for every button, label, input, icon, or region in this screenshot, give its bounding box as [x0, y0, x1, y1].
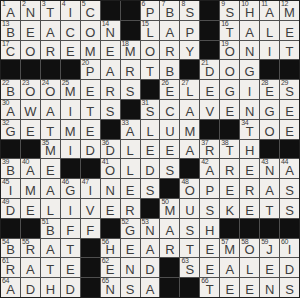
cell-r13c15[interactable]: 60I	[280, 239, 299, 258]
cell-letter: S	[200, 203, 219, 218]
cell-r6c2[interactable]: W	[21, 100, 40, 119]
cell-letter: H	[200, 223, 219, 238]
cell-r6c14[interactable]: G	[260, 100, 279, 119]
cell-r14c6[interactable]: 62E	[101, 258, 120, 277]
cell-r1c5[interactable]: 5C	[81, 1, 100, 20]
cell-r7c4[interactable]: M	[61, 120, 80, 139]
cell-r6c3[interactable]: A	[41, 100, 60, 119]
cell-letter: D	[81, 143, 100, 158]
cell-r11c7[interactable]: R	[121, 199, 140, 218]
cell-r10c6[interactable]: N	[101, 179, 120, 198]
cell-r4c11[interactable]: 21D	[200, 60, 219, 79]
cell-r3c1[interactable]: 17C	[1, 41, 20, 60]
cell-r1c12[interactable]: 9S	[220, 1, 239, 20]
cell-r7c5[interactable]: E	[81, 120, 100, 139]
cell-letter: M	[280, 5, 299, 20]
cell-r10c3[interactable]: A	[41, 179, 60, 198]
cell-r11c13[interactable]: E	[240, 199, 259, 218]
cell-letter: M	[61, 124, 80, 139]
cell-letter: E	[160, 84, 179, 99]
cell-r4c12[interactable]: O	[220, 60, 239, 79]
cell-r8c6[interactable]: 36D	[101, 140, 120, 159]
cell-letter: R	[41, 44, 60, 59]
cell-r4c6[interactable]: A	[101, 60, 120, 79]
cell-letter: I	[61, 104, 80, 119]
cell-r15c4[interactable]: D	[61, 278, 80, 297]
cell-r2c15[interactable]: E	[280, 21, 299, 40]
cell-r14c14[interactable]: E	[260, 258, 279, 277]
cell-r13c3[interactable]: A	[41, 239, 60, 258]
black-square-r9c5	[81, 159, 100, 178]
cell-r8c10[interactable]: A	[180, 140, 199, 159]
cell-r12c10[interactable]: S	[180, 219, 199, 238]
cell-r10c8[interactable]: S	[141, 179, 160, 198]
black-square-r15c10	[180, 278, 199, 297]
cell-r1c13[interactable]: 10H	[240, 1, 259, 20]
cell-r15c6[interactable]: 65N	[101, 278, 120, 297]
cell-r9c9[interactable]: S	[160, 159, 179, 178]
cell-r1c2[interactable]: 2N	[21, 1, 40, 20]
cell-r1c3[interactable]: 3T	[41, 1, 60, 20]
cell-r13c6[interactable]: 56H	[101, 239, 120, 258]
cell-r5c6[interactable]: R	[101, 80, 120, 99]
cell-r3c9[interactable]: R	[160, 41, 179, 60]
cell-r10c14[interactable]: A	[260, 179, 279, 198]
cell-r12c8[interactable]: 53N	[141, 219, 160, 238]
cell-r2c13[interactable]: A	[240, 21, 259, 40]
cell-letter: S	[141, 183, 160, 198]
cell-r13c8[interactable]: A	[141, 239, 160, 258]
cell-r14c4[interactable]: E	[61, 258, 80, 277]
cell-letter: E	[220, 183, 239, 198]
cell-r2c8[interactable]: 15L	[141, 21, 160, 40]
cell-letter: S	[180, 262, 199, 277]
cell-r14c8[interactable]: D	[141, 258, 160, 277]
cell-r6c5[interactable]: T	[81, 100, 100, 119]
black-square-r2c11	[200, 21, 219, 40]
cell-r10c7[interactable]: E	[121, 179, 140, 198]
cell-r9c1[interactable]: 39B	[1, 159, 20, 178]
cell-letter: L	[121, 163, 140, 178]
cell-letter: O	[260, 124, 279, 139]
cell-r8c11[interactable]: 37R	[200, 140, 219, 159]
black-square-r2c7	[121, 21, 140, 40]
black-square-r1c6	[101, 1, 120, 20]
cell-letter: A	[200, 163, 219, 178]
cell-r15c3[interactable]: H	[41, 278, 60, 297]
cell-r14c2[interactable]: A	[21, 258, 40, 277]
cell-r14c7[interactable]: N	[121, 258, 140, 277]
cell-letter: O	[81, 25, 100, 40]
cell-r2c1[interactable]: 13B	[1, 21, 20, 40]
cell-letter: E	[121, 183, 140, 198]
cell-letter: D	[61, 282, 80, 297]
cell-r2c5[interactable]: O	[81, 21, 100, 40]
cell-r3c3[interactable]: R	[41, 41, 60, 60]
cell-r4c8[interactable]: T	[141, 60, 160, 79]
cell-r11c1[interactable]: 49D	[1, 199, 20, 218]
cell-letter: E	[260, 262, 279, 277]
cell-r4c5[interactable]: 20P	[81, 60, 100, 79]
cell-r1c14[interactable]: 11A	[260, 1, 279, 20]
cell-r5c5[interactable]: E	[81, 80, 100, 99]
cell-r8c5[interactable]: D	[81, 140, 100, 159]
cell-r8c9[interactable]: E	[160, 140, 179, 159]
cell-r1c9[interactable]: 7B	[160, 1, 179, 20]
cell-r3c4[interactable]: E	[61, 41, 80, 60]
cell-letter: O	[240, 242, 259, 257]
cell-r10c2[interactable]: M	[21, 179, 40, 198]
cell-r10c11[interactable]: P	[200, 179, 219, 198]
cell-r11c15[interactable]: S	[280, 199, 299, 218]
cell-r7c15[interactable]: E	[280, 120, 299, 139]
cell-r13c12[interactable]: 57M	[220, 239, 239, 258]
cell-r3c12[interactable]: 19O	[220, 41, 239, 60]
cell-letter: S	[101, 104, 120, 119]
cell-letter: M	[220, 242, 239, 257]
cell-r2c12[interactable]: 16T	[220, 21, 239, 40]
cell-letter: P	[180, 25, 199, 40]
cell-letter: O	[101, 163, 120, 178]
cell-r3c15[interactable]: T	[280, 41, 299, 60]
cell-r6c4[interactable]: I	[61, 100, 80, 119]
cell-r6c8[interactable]: 31S	[141, 100, 160, 119]
cell-r13c4[interactable]: T	[61, 239, 80, 258]
cell-r11c14[interactable]: T	[260, 199, 279, 218]
cell-letter: A	[240, 25, 259, 40]
cell-letter: E	[101, 203, 120, 218]
cell-letter: T	[200, 282, 219, 297]
cell-r2c14[interactable]: L	[260, 21, 279, 40]
cell-r10c10[interactable]: 48O	[180, 179, 199, 198]
cell-letter: E	[141, 143, 160, 158]
cell-r15c8[interactable]: A	[141, 278, 160, 297]
cell-letter: E	[101, 44, 120, 59]
cell-letter: A	[220, 262, 239, 277]
black-square-r12c13	[240, 219, 259, 238]
cell-letter: I	[260, 44, 279, 59]
cell-letter: A	[141, 242, 160, 257]
cell-r15c15[interactable]: S	[280, 278, 299, 297]
cell-r3c7[interactable]: 18M	[121, 41, 140, 60]
cell-r10c12[interactable]: E	[220, 179, 239, 198]
cell-r5c11[interactable]: E	[200, 80, 219, 99]
cell-letter: T	[141, 64, 160, 79]
cell-letter: E	[240, 282, 259, 297]
cell-r2c4[interactable]: C	[61, 21, 80, 40]
cell-letter: N	[260, 282, 279, 297]
cell-r10c13[interactable]: R	[240, 179, 259, 198]
cell-r14c15[interactable]: D	[280, 258, 299, 277]
cell-r6c9[interactable]: C	[160, 100, 179, 119]
cell-letter: N	[21, 5, 40, 20]
black-square-r7c11	[200, 120, 219, 139]
cell-r13c1[interactable]: 54B	[1, 239, 20, 258]
cell-r1c10[interactable]: 8S	[180, 1, 199, 20]
cell-r1c1[interactable]: 1A	[1, 1, 20, 20]
black-square-r4c1	[1, 60, 20, 79]
cell-r7c2[interactable]: E	[21, 120, 40, 139]
cell-r11c12[interactable]: K	[220, 199, 239, 218]
cell-r14c3[interactable]: T	[41, 258, 60, 277]
cell-letter: T	[81, 104, 100, 119]
cell-letter: U	[160, 124, 179, 139]
cell-letter: L	[141, 124, 160, 139]
cell-r12c9[interactable]: A	[160, 219, 179, 238]
cell-r10c5[interactable]: 47I	[81, 179, 100, 198]
cell-letter: D	[21, 282, 40, 297]
cell-r13c2[interactable]: 55R	[21, 239, 40, 258]
cell-r2c6[interactable]: 14N	[101, 21, 120, 40]
cell-r8c7[interactable]: L	[121, 140, 140, 159]
cell-r5c10[interactable]: 27L	[180, 80, 199, 99]
cell-r14c11[interactable]: E	[200, 258, 219, 277]
cell-r11c3[interactable]: L	[41, 199, 60, 218]
cell-letter: N	[260, 163, 279, 178]
cell-letter: I	[1, 183, 20, 198]
black-square-r9c10	[180, 159, 199, 178]
cell-letter: H	[240, 143, 259, 158]
cell-r5c14[interactable]: 28E	[260, 80, 279, 99]
cell-r15c1[interactable]: 64A	[1, 278, 20, 297]
cell-letter: D	[200, 64, 219, 79]
cell-r2c3[interactable]: A	[41, 21, 60, 40]
cell-r3c14[interactable]: I	[260, 41, 279, 60]
cell-r9c15[interactable]: 44A	[280, 159, 299, 178]
cell-letter: A	[121, 124, 140, 139]
cell-r7c10[interactable]: M	[180, 120, 199, 139]
black-square-r10c9	[160, 179, 179, 198]
cell-r12c4[interactable]: F	[61, 219, 80, 238]
cell-r15c7[interactable]: S	[121, 278, 140, 297]
cell-r6c12[interactable]: E	[220, 100, 239, 119]
cell-letter: N	[240, 104, 259, 119]
cell-r8c12[interactable]: 38T	[220, 140, 239, 159]
cell-r3c5[interactable]: M	[81, 41, 100, 60]
cell-letter: V	[200, 104, 219, 119]
cell-letter: T	[240, 124, 259, 139]
black-square-r12c6	[101, 219, 120, 238]
cell-r3c2[interactable]: O	[21, 41, 40, 60]
cell-letter: E	[240, 163, 259, 178]
cell-letter: O	[141, 44, 160, 59]
cell-letter: K	[220, 203, 239, 218]
cell-letter: E	[121, 242, 140, 257]
cell-r9c14[interactable]: 43N	[260, 159, 279, 178]
cell-letter: F	[61, 223, 80, 238]
cell-letter: O	[180, 183, 199, 198]
cell-r5c1[interactable]: 22B	[1, 80, 20, 99]
cell-letter: I	[61, 203, 80, 218]
cell-r7c3[interactable]: T	[41, 120, 60, 139]
cell-r5c2[interactable]: 23O	[21, 80, 40, 99]
cell-r11c9[interactable]: 50M	[160, 199, 179, 218]
crossword-grid: 1A2N3T4I5C6P7B8S9S10H11A12M13BEACO14N15L…	[0, 0, 300, 298]
cell-r14c13[interactable]: L	[240, 258, 259, 277]
cell-letter: I	[61, 5, 80, 20]
cell-r11c4[interactable]: I	[61, 199, 80, 218]
cell-r2c10[interactable]: P	[180, 21, 199, 40]
cell-r7c1[interactable]: 32G	[1, 120, 20, 139]
cell-letter: R	[101, 84, 120, 99]
cell-r7c13[interactable]: 34T	[240, 120, 259, 139]
cell-letter: A	[101, 64, 120, 79]
cell-letter: R	[240, 183, 259, 198]
cell-letter: M	[121, 44, 140, 59]
cell-letter: E	[260, 84, 279, 99]
cell-r6c1[interactable]: 30A	[1, 100, 20, 119]
cell-r15c11[interactable]: 66T	[200, 278, 219, 297]
black-square-r4c15	[280, 60, 299, 79]
black-square-r7c6	[101, 120, 120, 139]
cell-r13c10[interactable]: T	[180, 239, 199, 258]
cell-r8c8[interactable]: E	[141, 140, 160, 159]
cell-letter: A	[1, 282, 20, 297]
cell-r5c13[interactable]: I	[240, 80, 259, 99]
cell-letter: T	[41, 124, 60, 139]
cell-letter: R	[160, 242, 179, 257]
cell-letter: N	[101, 25, 120, 40]
cell-letter: S	[280, 203, 299, 218]
cell-letter: R	[21, 242, 40, 257]
cell-r5c4[interactable]: 25M	[61, 80, 80, 99]
cell-r8c4[interactable]: I	[61, 140, 80, 159]
cell-letter: J	[260, 242, 279, 257]
cell-letter: O	[220, 44, 239, 59]
cell-r7c8[interactable]: L	[141, 120, 160, 139]
cell-letter: H	[41, 282, 60, 297]
cell-letter: A	[21, 163, 40, 178]
cell-r12c11[interactable]: H	[200, 219, 219, 238]
cell-letter: M	[81, 44, 100, 59]
black-square-r14c5	[81, 258, 100, 277]
cell-r15c12[interactable]: E	[220, 278, 239, 297]
cell-r11c5[interactable]: V	[81, 199, 100, 218]
cell-r3c8[interactable]: O	[141, 41, 160, 60]
cell-letter: R	[121, 64, 140, 79]
cell-r13c7[interactable]: E	[121, 239, 140, 258]
cell-r6c13[interactable]: N	[240, 100, 259, 119]
cell-letter: A	[260, 5, 279, 20]
black-square-r13c5	[81, 239, 100, 258]
cell-letter: S	[280, 183, 299, 198]
cell-r5c9[interactable]: 26E	[160, 80, 179, 99]
cell-r9c7[interactable]: L	[121, 159, 140, 178]
cell-r12c3[interactable]: 51B	[41, 219, 60, 238]
cell-r3c6[interactable]: E	[101, 41, 120, 60]
cell-letter: A	[160, 25, 179, 40]
cell-r5c12[interactable]: G	[220, 80, 239, 99]
cell-r13c11[interactable]: E	[200, 239, 219, 258]
cell-r1c15[interactable]: 12M	[280, 1, 299, 20]
black-square-r8c15	[280, 140, 299, 159]
cell-r9c6[interactable]: 41O	[101, 159, 120, 178]
black-square-r4c2	[21, 60, 40, 79]
cell-r3c10[interactable]: Y	[180, 41, 199, 60]
cell-r2c2[interactable]: E	[21, 21, 40, 40]
cell-r7c7[interactable]: 33A	[121, 120, 140, 139]
cell-letter: R	[1, 262, 20, 277]
cell-letter: B	[1, 25, 20, 40]
cell-letter: B	[160, 64, 179, 79]
cell-r11c11[interactable]: S	[200, 199, 219, 218]
cell-letter: R	[160, 44, 179, 59]
cell-r11c10[interactable]: U	[180, 199, 199, 218]
cell-r14c12[interactable]: A	[220, 258, 239, 277]
cell-r9c2[interactable]: 40A	[21, 159, 40, 178]
cell-r4c13[interactable]: G	[240, 60, 259, 79]
cell-r6c11[interactable]: V	[200, 100, 219, 119]
cell-r6c10[interactable]: A	[180, 100, 199, 119]
cell-r15c13[interactable]: E	[240, 278, 259, 297]
cell-r6c6[interactable]: S	[101, 100, 120, 119]
cell-r6c15[interactable]: E	[280, 100, 299, 119]
cell-letter: I	[280, 242, 299, 257]
cell-r9c3[interactable]: E	[41, 159, 60, 178]
cell-r13c13[interactable]: 58O	[240, 239, 259, 258]
cell-letter: M	[21, 183, 40, 198]
cell-r8c3[interactable]: 35M	[41, 140, 60, 159]
cell-r9c8[interactable]: D	[141, 159, 160, 178]
cell-letter: B	[160, 5, 179, 20]
cell-letter: E	[280, 25, 299, 40]
cell-letter: A	[260, 183, 279, 198]
cell-letter: L	[141, 25, 160, 40]
cell-letter: A	[180, 143, 199, 158]
cell-letter: N	[101, 183, 120, 198]
cell-r4c7[interactable]: R	[121, 60, 140, 79]
cell-r7c14[interactable]: O	[260, 120, 279, 139]
cell-r3c13[interactable]: N	[240, 41, 259, 60]
cell-letter: S	[180, 223, 199, 238]
cell-letter: B	[41, 223, 60, 238]
cell-letter: S	[220, 5, 239, 20]
cell-r1c4[interactable]: 4I	[61, 1, 80, 20]
cell-r9c12[interactable]: R	[220, 159, 239, 178]
cell-r1c8[interactable]: 6P	[141, 1, 160, 20]
cell-r12c7[interactable]: 52G	[121, 219, 140, 238]
cell-letter: T	[280, 44, 299, 59]
cell-r5c7[interactable]: S	[121, 80, 140, 99]
cell-letter: A	[41, 25, 60, 40]
cell-r10c4[interactable]: 46G	[61, 179, 80, 198]
cell-r5c15[interactable]: 29S	[280, 80, 299, 99]
cell-r15c14[interactable]: N	[260, 278, 279, 297]
cell-r2c9[interactable]: A	[160, 21, 179, 40]
cell-r9c11[interactable]: 42A	[200, 159, 219, 178]
cell-r4c9[interactable]: B	[160, 60, 179, 79]
cell-r5c3[interactable]: 24O	[41, 80, 60, 99]
cell-r11c6[interactable]: E	[101, 199, 120, 218]
cell-r14c1[interactable]: 61R	[1, 258, 20, 277]
cell-r15c2[interactable]: D	[21, 278, 40, 297]
black-square-r11c8	[141, 199, 160, 218]
cell-r7c9[interactable]: U	[160, 120, 179, 139]
cell-r13c14[interactable]: 59J	[260, 239, 279, 258]
cell-r8c13[interactable]: H	[240, 140, 259, 159]
cell-r13c9[interactable]: R	[160, 239, 179, 258]
cell-r12c5[interactable]: F	[81, 219, 100, 238]
cell-r14c10[interactable]: 63S	[180, 258, 199, 277]
black-square-r12c12	[220, 219, 239, 238]
cell-letter: P	[81, 64, 100, 79]
cell-r9c13[interactable]: E	[240, 159, 259, 178]
cell-r11c2[interactable]: E	[21, 199, 40, 218]
cell-r10c15[interactable]: S	[280, 179, 299, 198]
cell-r10c1[interactable]: 45I	[1, 179, 20, 198]
cell-letter: E	[81, 84, 100, 99]
cell-letter: L	[240, 262, 259, 277]
